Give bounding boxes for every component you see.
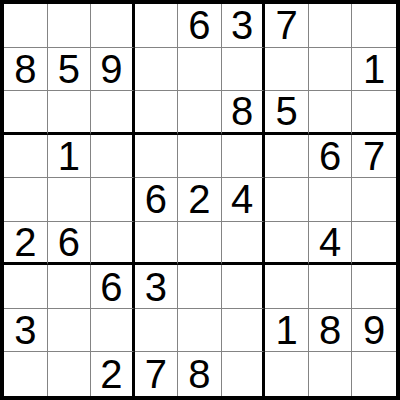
cell-r6c4-empty[interactable] [135,222,179,266]
cell-r9c4-given[interactable]: 7 [135,352,179,396]
cell-r1c9-empty[interactable] [352,4,396,48]
cell-r7c2-empty[interactable] [48,265,92,309]
cell-r5c1-empty[interactable] [4,178,48,222]
cell-r4c8-given[interactable]: 6 [309,135,353,179]
cell-r3c4-empty[interactable] [135,91,179,135]
cell-r4c9-given[interactable]: 7 [352,135,396,179]
cell-r2c2-given[interactable]: 5 [48,48,92,92]
cell-r1c5-given[interactable]: 6 [178,4,222,48]
cell-r9c1-empty[interactable] [4,352,48,396]
cell-r9c5-given[interactable]: 8 [178,352,222,396]
cell-r3c3-empty[interactable] [91,91,135,135]
cell-r9c6-empty[interactable] [222,352,266,396]
cell-r7c3-given[interactable]: 6 [91,265,135,309]
cell-r9c3-given[interactable]: 2 [91,352,135,396]
cell-r7c7-empty[interactable] [265,265,309,309]
sudoku-puzzle: 637859185167624264633189278 [0,0,400,400]
cell-r8c7-given[interactable]: 1 [265,309,309,353]
sudoku-board: 637859185167624264633189278 [0,0,400,400]
cell-r4c3-empty[interactable] [91,135,135,179]
cell-r5c7-empty[interactable] [265,178,309,222]
cell-r2c6-empty[interactable] [222,48,266,92]
cell-r3c2-empty[interactable] [48,91,92,135]
cell-r9c9-empty[interactable] [352,352,396,396]
cell-r3c8-empty[interactable] [309,91,353,135]
cell-r6c3-empty[interactable] [91,222,135,266]
cell-r1c8-empty[interactable] [309,4,353,48]
cell-r6c7-empty[interactable] [265,222,309,266]
cell-r2c1-given[interactable]: 8 [4,48,48,92]
cell-r6c2-given[interactable]: 6 [48,222,92,266]
cell-r1c2-empty[interactable] [48,4,92,48]
cell-r8c1-given[interactable]: 3 [4,309,48,353]
cell-r5c5-given[interactable]: 2 [178,178,222,222]
cell-r1c3-empty[interactable] [91,4,135,48]
cell-r2c4-empty[interactable] [135,48,179,92]
cell-r8c6-empty[interactable] [222,309,266,353]
cell-r5c2-empty[interactable] [48,178,92,222]
cell-r4c5-empty[interactable] [178,135,222,179]
cell-r1c6-given[interactable]: 3 [222,4,266,48]
cell-r4c6-empty[interactable] [222,135,266,179]
cell-r7c6-empty[interactable] [222,265,266,309]
cell-r8c4-empty[interactable] [135,309,179,353]
cell-r7c8-empty[interactable] [309,265,353,309]
cell-r1c4-empty[interactable] [135,4,179,48]
cell-r3c7-given[interactable]: 5 [265,91,309,135]
cell-r9c2-empty[interactable] [48,352,92,396]
cell-r6c1-given[interactable]: 2 [4,222,48,266]
cell-r5c4-given[interactable]: 6 [135,178,179,222]
cell-r5c3-empty[interactable] [91,178,135,222]
cell-r4c2-given[interactable]: 1 [48,135,92,179]
cell-r9c8-empty[interactable] [309,352,353,396]
cell-r8c3-empty[interactable] [91,309,135,353]
cell-r4c7-empty[interactable] [265,135,309,179]
cell-r7c4-given[interactable]: 3 [135,265,179,309]
cell-r6c6-empty[interactable] [222,222,266,266]
cell-r8c5-empty[interactable] [178,309,222,353]
cell-r8c8-given[interactable]: 8 [309,309,353,353]
cell-r6c8-given[interactable]: 4 [309,222,353,266]
cell-r4c1-empty[interactable] [4,135,48,179]
cell-r5c8-empty[interactable] [309,178,353,222]
cell-r3c6-given[interactable]: 8 [222,91,266,135]
cell-r2c8-empty[interactable] [309,48,353,92]
cell-r6c5-empty[interactable] [178,222,222,266]
cell-r3c1-empty[interactable] [4,91,48,135]
cell-r4c4-empty[interactable] [135,135,179,179]
cell-r8c2-empty[interactable] [48,309,92,353]
cell-r8c9-given[interactable]: 9 [352,309,396,353]
cell-r2c7-empty[interactable] [265,48,309,92]
cell-r6c9-empty[interactable] [352,222,396,266]
cell-r7c1-empty[interactable] [4,265,48,309]
cell-r2c5-empty[interactable] [178,48,222,92]
cell-r7c9-empty[interactable] [352,265,396,309]
cell-r7c5-empty[interactable] [178,265,222,309]
cell-r1c7-given[interactable]: 7 [265,4,309,48]
cell-r5c6-given[interactable]: 4 [222,178,266,222]
cell-r3c5-empty[interactable] [178,91,222,135]
cell-r2c9-given[interactable]: 1 [352,48,396,92]
cell-r3c9-empty[interactable] [352,91,396,135]
cell-r5c9-empty[interactable] [352,178,396,222]
cell-r1c1-empty[interactable] [4,4,48,48]
cell-r2c3-given[interactable]: 9 [91,48,135,92]
cell-r9c7-empty[interactable] [265,352,309,396]
